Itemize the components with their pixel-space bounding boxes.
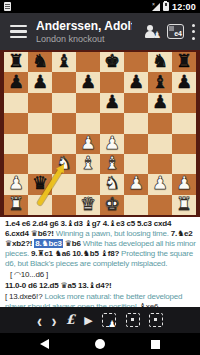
square-f8[interactable]: [124, 52, 148, 72]
notation-style-icon[interactable]: e4: [167, 24, 184, 39]
piece-white-pawn: ♟: [8, 174, 24, 193]
board-frame-goto-icon[interactable]: [149, 313, 163, 327]
piece-black-king: ♚: [104, 52, 120, 71]
piece-white-rook: ♜: [8, 195, 24, 214]
square-g4[interactable]: [148, 134, 172, 154]
square-e5[interactable]: [100, 113, 124, 133]
piece-white-king: ♚: [104, 195, 120, 214]
piece-black-rook: ♜: [176, 52, 192, 71]
square-c3[interactable]: ♞: [52, 154, 76, 174]
piece-white-pawn: ♟: [152, 174, 168, 193]
signal-icon: ×: [152, 3, 160, 11]
piece-black-pawn: ♟: [8, 72, 24, 91]
status-bar-right: × 12:00: [152, 2, 196, 12]
autoplay-icon[interactable]: ▶: [84, 314, 92, 326]
square-e1[interactable]: ♚: [100, 195, 124, 215]
piece-black-knight: ♞: [32, 52, 48, 71]
square-e7[interactable]: [100, 72, 124, 92]
bottom-toolbar: ‹ › £ ▶ ♟: [0, 307, 200, 333]
square-b4[interactable]: [28, 134, 52, 154]
square-d1[interactable]: ♛: [76, 195, 100, 215]
home-icon[interactable]: [95, 339, 105, 349]
move-text[interactable]: ♛b6: [63, 239, 83, 248]
previous-move-icon[interactable]: ‹: [37, 313, 42, 328]
square-b6[interactable]: [28, 93, 52, 113]
current-move[interactable]: 8.♞bc3: [34, 239, 62, 248]
next-move-icon[interactable]: ›: [51, 313, 56, 328]
square-h6[interactable]: [172, 93, 196, 113]
page-subtitle: London knockout: [36, 34, 145, 44]
piece-black-bishop: ♝: [56, 52, 72, 71]
square-f7[interactable]: ♟: [124, 72, 148, 92]
square-b8[interactable]: ♞: [28, 52, 52, 72]
piece-black-knight: ♞: [152, 52, 168, 71]
square-a4[interactable]: [4, 134, 28, 154]
square-g5[interactable]: [148, 113, 172, 133]
square-a2[interactable]: ♟: [4, 174, 28, 194]
square-h3[interactable]: [172, 154, 196, 174]
piece-white-bishop: ♝: [104, 154, 120, 173]
piece-white-rook: ♜: [176, 195, 192, 214]
move-text[interactable]: [ 13.dxe6!?: [5, 292, 44, 301]
square-a6[interactable]: [4, 93, 28, 113]
square-h5[interactable]: [172, 113, 196, 133]
overflow-menu-icon[interactable]: [191, 24, 195, 40]
piece-white-knight: ♞: [56, 154, 72, 173]
square-h8[interactable]: ♜: [172, 52, 196, 72]
move-text[interactable]: 11.0-0 d6 12.d5 ♛a5 13.♝d4?!: [5, 281, 112, 290]
titles: Anderssen, Adolf -… London knockout: [36, 19, 145, 44]
signal-x-mark: ×: [152, 2, 155, 7]
square-e6[interactable]: ♟: [100, 93, 124, 113]
square-d6[interactable]: [76, 93, 100, 113]
square-c6[interactable]: [52, 93, 76, 113]
piece-white-queen: ♛: [80, 195, 96, 214]
square-g2[interactable]: ♟: [148, 174, 172, 194]
piece-white-pawn: ♟: [128, 174, 144, 193]
square-b1[interactable]: [28, 195, 52, 215]
square-g8[interactable]: ♞: [148, 52, 172, 72]
square-a3[interactable]: [4, 154, 28, 174]
square-g6[interactable]: ♟: [148, 93, 172, 113]
board-frame-select-icon[interactable]: [126, 313, 140, 327]
square-f2[interactable]: ♟: [124, 174, 148, 194]
square-h4[interactable]: [172, 134, 196, 154]
square-b3[interactable]: [28, 154, 52, 174]
square-c8[interactable]: ♝: [52, 52, 76, 72]
android-nav-bar: [0, 333, 200, 355]
square-e4[interactable]: ♟: [100, 134, 124, 154]
square-b7[interactable]: ♟: [28, 72, 52, 92]
square-d4[interactable]: ♟: [76, 134, 100, 154]
square-b5[interactable]: [28, 113, 52, 133]
piece-white-knight: ♞: [104, 174, 120, 193]
piece-white-bishop: ♝: [80, 154, 96, 173]
status-bar: × 12:00: [0, 0, 200, 13]
square-d7[interactable]: ♟: [76, 72, 100, 92]
chess-app-screen: × 12:00 Anderssen, Adolf -… London knock…: [0, 0, 200, 355]
square-c1[interactable]: [52, 195, 76, 215]
notation: 1.e4 e6 2.d4 g6 3.♝d3 ♝g7 4.♝e3 c5 5.c3 …: [0, 217, 200, 307]
square-e8[interactable]: ♚: [100, 52, 124, 72]
square-f5[interactable]: [124, 113, 148, 133]
clock-text: 12:00: [172, 2, 196, 12]
players-icon[interactable]: ♟: [145, 25, 160, 39]
board-frame: ♜♞♝♚♞♜♟♟♟♟♝♟♟♟♟♟♞♝♝♟♛♞♟♟♟♜♛♚♜: [0, 50, 200, 217]
square-c5[interactable]: [52, 113, 76, 133]
square-e2[interactable]: ♞: [100, 174, 124, 194]
square-h2[interactable]: ♟: [172, 174, 196, 194]
piece-black-bishop: ♝: [152, 72, 168, 91]
square-d2[interactable]: [76, 174, 100, 194]
notation-paragraph: 1.e4 e6 2.d4 g6 3.♝d3 ♝g7 4.♝e3 c5 5.c3 …: [5, 219, 196, 269]
menu-icon[interactable]: [10, 25, 27, 38]
square-b2[interactable]: ♛: [28, 174, 52, 194]
square-c2[interactable]: [52, 174, 76, 194]
back-icon[interactable]: [40, 339, 49, 349]
square-c4[interactable]: [52, 134, 76, 154]
square-f4[interactable]: [124, 134, 148, 154]
piece-black-pawn: ♟: [104, 93, 120, 112]
piece-black-pawn: ♟: [80, 72, 96, 91]
board: ♜♞♝♚♞♜♟♟♟♟♝♟♟♟♟♟♞♝♝♟♛♞♟♟♟♜♛♚♜: [4, 52, 196, 215]
notation-paragraph: [ 13.dxe6!? Looks more natural: the bett…: [5, 292, 196, 307]
comment-text[interactable]: Winning a pawn, but loosing time.: [56, 229, 171, 238]
notification-icon: [4, 2, 11, 11]
piece-white-pawn: ♟: [104, 134, 120, 153]
notation-style-label: e4: [174, 30, 182, 38]
page-title: Anderssen, Adolf -…: [36, 19, 132, 33]
square-d8[interactable]: [76, 52, 100, 72]
square-f6[interactable]: [124, 93, 148, 113]
app-bar: Anderssen, Adolf -… London knockout ♟ e4: [0, 13, 200, 50]
square-f1[interactable]: [124, 195, 148, 215]
piece-black-pawn: ♟: [32, 72, 48, 91]
square-g1[interactable]: [148, 195, 172, 215]
square-g3[interactable]: [148, 154, 172, 174]
piece-black-pawn: ♟: [128, 72, 144, 91]
square-e3[interactable]: ♝: [100, 154, 124, 174]
piece-black-rook: ♜: [8, 52, 24, 71]
square-d5[interactable]: [76, 113, 100, 133]
notation-paragraph: 11.0-0 d6 12.d5 ♛a5 13.♝d4?!: [5, 281, 196, 291]
app-bar-actions: ♟ e4: [145, 24, 195, 40]
square-a8[interactable]: ♜: [4, 52, 28, 72]
move-text[interactable]: 9.♜c1 ♞a6 10.♞b5 ♝f8?: [31, 249, 121, 258]
square-h7[interactable]: ♟: [172, 72, 196, 92]
piece-white-pawn: ♟: [176, 174, 192, 193]
piece-black-pawn: ♟: [152, 93, 168, 112]
square-a7[interactable]: ♟: [4, 72, 28, 92]
square-a1[interactable]: ♜: [4, 195, 28, 215]
square-f3[interactable]: [124, 154, 148, 174]
square-h1[interactable]: ♜: [172, 195, 196, 215]
square-c7[interactable]: [52, 72, 76, 92]
piece-white-pawn: ♟: [80, 134, 96, 153]
engine-icon[interactable]: £: [66, 313, 75, 327]
recents-icon[interactable]: [151, 340, 160, 349]
setup-position-icon[interactable]: ♟: [102, 313, 116, 327]
notation-paragraph: [ ◠10...d6 ]: [5, 270, 196, 280]
piece-black-pawn: ♟: [176, 72, 192, 91]
battery-icon: [163, 2, 169, 11]
square-a5[interactable]: [4, 113, 28, 133]
piece-black-queen: ♛: [32, 174, 48, 193]
square-g7[interactable]: ♝: [148, 72, 172, 92]
move-text[interactable]: [ ◠10...d6 ]: [10, 270, 48, 279]
square-d3[interactable]: ♝: [76, 154, 100, 174]
